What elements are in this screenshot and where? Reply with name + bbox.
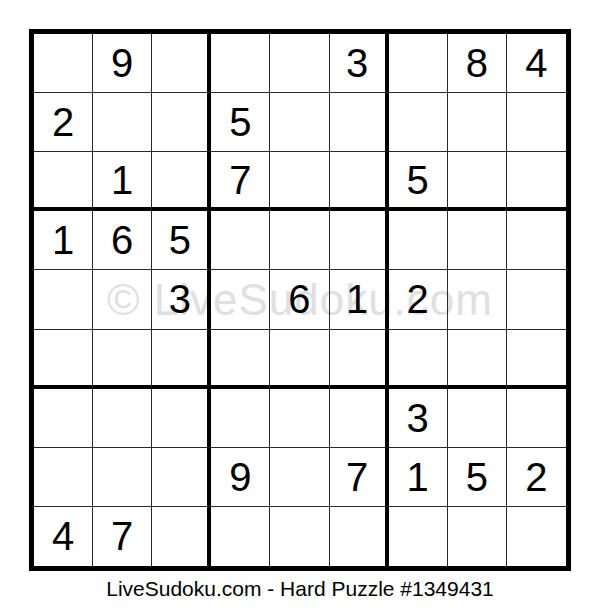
cell-r2c1[interactable]: 2 [34,93,93,152]
cell-r2c6[interactable] [330,93,389,152]
cell-r4c3[interactable]: 5 [152,211,211,270]
cell-r2c2[interactable] [93,93,152,152]
cell-r4c6[interactable] [330,211,389,270]
cell-r5c1[interactable] [34,270,93,329]
sudoku-grid: 938425175165361239715247 [34,34,566,566]
cell-r7c1[interactable] [34,389,93,448]
cell-r5c3[interactable]: 3 [152,270,211,329]
cell-r6c4[interactable] [211,330,270,389]
cell-r7c5[interactable] [270,389,329,448]
cell-r3c6[interactable] [330,152,389,211]
cell-r8c6[interactable]: 7 [330,448,389,507]
cell-r5c4[interactable] [211,270,270,329]
cell-r2c7[interactable] [389,93,448,152]
cell-r9c1[interactable]: 4 [34,507,93,566]
cell-r1c7[interactable] [389,34,448,93]
cell-r1c4[interactable] [211,34,270,93]
cell-r6c3[interactable] [152,330,211,389]
cell-r7c6[interactable] [330,389,389,448]
cell-r2c9[interactable] [507,93,566,152]
cell-r9c3[interactable] [152,507,211,566]
cell-r6c7[interactable] [389,330,448,389]
cell-r4c4[interactable] [211,211,270,270]
cell-r7c2[interactable] [93,389,152,448]
cell-r2c4[interactable]: 5 [211,93,270,152]
page: © LiveSudoku.com 93842517516536123971524… [0,0,600,615]
cell-r4c1[interactable]: 1 [34,211,93,270]
cell-r1c1[interactable] [34,34,93,93]
cell-r8c9[interactable]: 2 [507,448,566,507]
cell-r6c8[interactable] [448,330,507,389]
cell-r3c3[interactable] [152,152,211,211]
cell-r6c6[interactable] [330,330,389,389]
cell-r4c2[interactable]: 6 [93,211,152,270]
cell-r5c9[interactable] [507,270,566,329]
cell-r4c8[interactable] [448,211,507,270]
cell-r9c6[interactable] [330,507,389,566]
cell-r4c5[interactable] [270,211,329,270]
cell-r3c9[interactable] [507,152,566,211]
cell-r9c9[interactable] [507,507,566,566]
cell-r1c6[interactable]: 3 [330,34,389,93]
cell-r3c4[interactable]: 7 [211,152,270,211]
cell-r5c6[interactable]: 1 [330,270,389,329]
cell-r2c3[interactable] [152,93,211,152]
cell-r1c8[interactable]: 8 [448,34,507,93]
cell-r3c1[interactable] [34,152,93,211]
cell-r7c4[interactable] [211,389,270,448]
cell-r7c7[interactable]: 3 [389,389,448,448]
cell-r8c1[interactable] [34,448,93,507]
cell-r5c2[interactable] [93,270,152,329]
cell-r6c2[interactable] [93,330,152,389]
cell-r9c7[interactable] [389,507,448,566]
cell-r4c7[interactable] [389,211,448,270]
cell-r5c8[interactable] [448,270,507,329]
cell-r3c2[interactable]: 1 [93,152,152,211]
cell-r1c2[interactable]: 9 [93,34,152,93]
cell-r8c5[interactable] [270,448,329,507]
cell-r3c8[interactable] [448,152,507,211]
cell-r5c5[interactable]: 6 [270,270,329,329]
cell-r1c3[interactable] [152,34,211,93]
cell-r8c2[interactable] [93,448,152,507]
cell-r7c9[interactable] [507,389,566,448]
sudoku-board: © LiveSudoku.com 93842517516536123971524… [29,29,571,571]
cell-r9c4[interactable] [211,507,270,566]
cell-r2c5[interactable] [270,93,329,152]
cell-r8c7[interactable]: 1 [389,448,448,507]
cell-r8c8[interactable]: 5 [448,448,507,507]
cell-r6c9[interactable] [507,330,566,389]
cell-r7c3[interactable] [152,389,211,448]
cell-r9c8[interactable] [448,507,507,566]
cell-r6c5[interactable] [270,330,329,389]
cell-r9c5[interactable] [270,507,329,566]
cell-r8c3[interactable] [152,448,211,507]
cell-r7c8[interactable] [448,389,507,448]
cell-r2c8[interactable] [448,93,507,152]
cell-r4c9[interactable] [507,211,566,270]
cell-r1c5[interactable] [270,34,329,93]
cell-r8c4[interactable]: 9 [211,448,270,507]
caption: LiveSudoku.com - Hard Puzzle #1349431 [0,577,600,601]
cell-r9c2[interactable]: 7 [93,507,152,566]
cell-r5c7[interactable]: 2 [389,270,448,329]
cell-r6c1[interactable] [34,330,93,389]
cell-r3c5[interactable] [270,152,329,211]
cell-r3c7[interactable]: 5 [389,152,448,211]
cell-r1c9[interactable]: 4 [507,34,566,93]
